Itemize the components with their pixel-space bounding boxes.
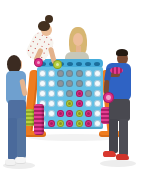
drop-slot xyxy=(94,62,100,66)
board-cell xyxy=(47,88,56,98)
drop-slot xyxy=(85,62,91,66)
board-cell xyxy=(84,108,93,118)
board-cell xyxy=(65,78,74,88)
jeans-leg-front xyxy=(17,118,26,158)
board-cell xyxy=(47,98,56,108)
disc-pink xyxy=(76,100,83,107)
board-cell xyxy=(84,78,93,88)
shoe-white-front xyxy=(15,157,26,163)
board-cell xyxy=(75,78,84,88)
board-cell xyxy=(47,118,56,128)
pants-hip xyxy=(109,99,130,121)
board-cell xyxy=(84,88,93,98)
empty-hole xyxy=(66,70,73,77)
empty-hole xyxy=(39,80,46,87)
disc-green xyxy=(66,100,73,107)
disc-green xyxy=(76,110,83,117)
board-cell xyxy=(47,68,56,78)
empty-hole xyxy=(94,90,101,97)
disc-pink xyxy=(66,110,73,117)
board-cell xyxy=(75,118,84,128)
board-cell xyxy=(65,68,74,78)
board-cell xyxy=(93,78,102,88)
board-cell xyxy=(38,78,47,88)
board-cell xyxy=(93,68,102,78)
empty-hole xyxy=(66,80,73,87)
board-cell xyxy=(56,98,65,108)
empty-hole xyxy=(39,70,46,77)
shadow-right-person xyxy=(100,160,136,167)
disc-pink xyxy=(76,90,83,97)
board-cell xyxy=(75,98,84,108)
held-green-disc xyxy=(53,60,62,69)
empty-hole xyxy=(48,80,55,87)
board-cell xyxy=(75,88,84,98)
empty-hole xyxy=(48,90,55,97)
held-disc-stack xyxy=(110,67,123,74)
board-cell xyxy=(84,68,93,78)
board-cell xyxy=(93,98,102,108)
disc-stack-pink-left xyxy=(34,104,44,135)
empty-hole xyxy=(76,80,83,87)
empty-hole xyxy=(85,90,92,97)
drop-slot xyxy=(76,62,82,66)
empty-hole xyxy=(94,110,101,117)
product-photo-giant-connect-four xyxy=(0,0,147,180)
empty-hole xyxy=(94,100,101,107)
board-cell xyxy=(38,88,47,98)
empty-hole xyxy=(85,100,92,107)
empty-hole xyxy=(76,70,83,77)
jeans-leg-back xyxy=(8,118,17,160)
board-cell xyxy=(75,68,84,78)
board-cell xyxy=(47,78,56,88)
board-cell xyxy=(93,88,102,98)
empty-hole xyxy=(48,110,55,117)
pants-leg-back xyxy=(119,119,128,156)
empty-hole xyxy=(66,90,73,97)
empty-hole xyxy=(85,70,92,77)
empty-hole xyxy=(57,80,64,87)
board-cell xyxy=(56,118,65,128)
board-cell xyxy=(56,78,65,88)
disc-pink xyxy=(66,120,73,127)
board-cell xyxy=(65,88,74,98)
board-cell xyxy=(56,108,65,118)
disc-pink xyxy=(85,110,92,117)
empty-hole xyxy=(94,80,101,87)
held-pink-disc xyxy=(34,58,43,67)
board-cell xyxy=(56,68,65,78)
held-pink-disc xyxy=(103,92,114,103)
face xyxy=(73,33,83,46)
board-cell xyxy=(65,98,74,108)
board-cell xyxy=(65,118,74,128)
board-cell xyxy=(84,98,93,108)
disc-pink xyxy=(57,110,64,117)
board-cell xyxy=(56,88,65,98)
hair-bun xyxy=(45,15,53,23)
empty-hole xyxy=(57,70,64,77)
connect-four-board xyxy=(37,67,103,129)
disc-green xyxy=(57,120,64,127)
pants-leg-front xyxy=(109,119,118,153)
board-cell xyxy=(38,68,47,78)
empty-hole xyxy=(94,120,101,127)
empty-hole xyxy=(39,90,46,97)
shoe-red-back xyxy=(116,154,129,160)
disc-pink xyxy=(85,120,92,127)
board-cell xyxy=(47,108,56,118)
hair xyxy=(116,49,128,56)
board-cell xyxy=(84,118,93,128)
empty-hole xyxy=(94,70,101,77)
empty-hole xyxy=(48,70,55,77)
board-cell xyxy=(65,108,74,118)
disc-green xyxy=(76,120,83,127)
empty-hole xyxy=(57,90,64,97)
shoe-red-front xyxy=(103,151,116,157)
board-cell xyxy=(75,108,84,118)
empty-hole xyxy=(85,80,92,87)
empty-hole xyxy=(48,100,55,107)
empty-hole xyxy=(57,100,64,107)
drop-slot xyxy=(67,62,73,66)
disc-pink xyxy=(48,120,55,127)
